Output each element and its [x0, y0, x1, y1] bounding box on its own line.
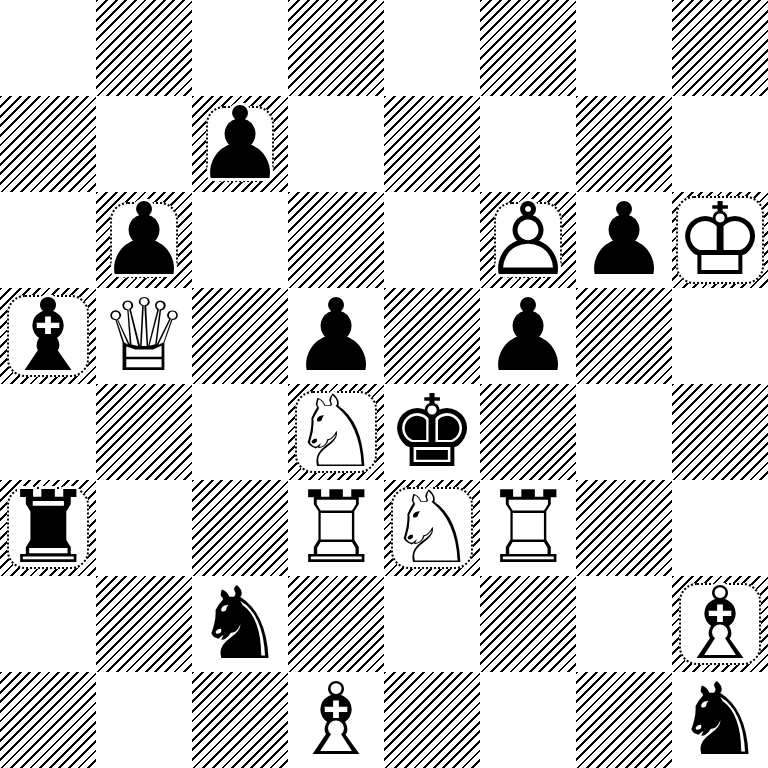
black-bishop[interactable]: ♝	[3, 288, 93, 384]
square-d5[interactable]: ♟	[288, 288, 384, 384]
square-f4[interactable]	[480, 384, 576, 480]
square-c1[interactable]	[192, 672, 288, 768]
square-e4[interactable]: ♚	[384, 384, 480, 480]
square-b1[interactable]	[96, 672, 192, 768]
square-f5[interactable]: ♟	[480, 288, 576, 384]
white-knight[interactable]: ♘	[387, 480, 477, 576]
square-b7[interactable]	[96, 96, 192, 192]
white-bishop[interactable]: ♗	[675, 576, 765, 672]
square-a8[interactable]	[0, 0, 96, 96]
square-h3[interactable]	[672, 480, 768, 576]
square-d2[interactable]	[288, 576, 384, 672]
square-e8[interactable]	[384, 0, 480, 96]
square-c7[interactable]: ♟	[192, 96, 288, 192]
square-f8[interactable]	[480, 0, 576, 96]
square-h4[interactable]	[672, 384, 768, 480]
square-c5[interactable]	[192, 288, 288, 384]
square-g3[interactable]	[576, 480, 672, 576]
square-c3[interactable]	[192, 480, 288, 576]
black-pawn[interactable]: ♟	[291, 288, 381, 384]
black-rook[interactable]: ♜	[3, 480, 93, 576]
white-rook[interactable]: ♖	[291, 480, 381, 576]
square-a7[interactable]	[0, 96, 96, 192]
black-knight[interactable]: ♞	[675, 672, 765, 768]
square-d8[interactable]	[288, 0, 384, 96]
square-h2[interactable]: ♗	[672, 576, 768, 672]
square-f6[interactable]: ♙	[480, 192, 576, 288]
white-king[interactable]: ♔	[675, 192, 765, 288]
square-c8[interactable]	[192, 0, 288, 96]
square-c2[interactable]: ♞	[192, 576, 288, 672]
black-knight[interactable]: ♞	[195, 576, 285, 672]
square-d4[interactable]: ♘	[288, 384, 384, 480]
square-d6[interactable]	[288, 192, 384, 288]
black-king[interactable]: ♚	[387, 384, 477, 480]
chessboard: ♟♟♙♟♔♝♕♟♟♘♚♜♖♘♖♞♗♗♞	[0, 0, 768, 768]
square-c4[interactable]	[192, 384, 288, 480]
square-f7[interactable]	[480, 96, 576, 192]
black-pawn[interactable]: ♟	[99, 192, 189, 288]
square-f1[interactable]	[480, 672, 576, 768]
square-h8[interactable]	[672, 0, 768, 96]
square-g7[interactable]	[576, 96, 672, 192]
square-e2[interactable]	[384, 576, 480, 672]
square-d7[interactable]	[288, 96, 384, 192]
square-b6[interactable]: ♟	[96, 192, 192, 288]
square-h6[interactable]: ♔	[672, 192, 768, 288]
square-a2[interactable]	[0, 576, 96, 672]
square-g4[interactable]	[576, 384, 672, 480]
square-e7[interactable]	[384, 96, 480, 192]
square-a5[interactable]: ♝	[0, 288, 96, 384]
square-h7[interactable]	[672, 96, 768, 192]
square-g2[interactable]	[576, 576, 672, 672]
square-b5[interactable]: ♕	[96, 288, 192, 384]
square-g1[interactable]	[576, 672, 672, 768]
square-e3[interactable]: ♘	[384, 480, 480, 576]
square-h1[interactable]: ♞	[672, 672, 768, 768]
black-pawn[interactable]: ♟	[579, 192, 669, 288]
black-pawn[interactable]: ♟	[483, 288, 573, 384]
square-g8[interactable]	[576, 0, 672, 96]
square-h5[interactable]	[672, 288, 768, 384]
white-pawn[interactable]: ♙	[483, 192, 573, 288]
square-c6[interactable]	[192, 192, 288, 288]
square-b8[interactable]	[96, 0, 192, 96]
square-a4[interactable]	[0, 384, 96, 480]
square-e5[interactable]	[384, 288, 480, 384]
square-e6[interactable]	[384, 192, 480, 288]
square-g5[interactable]	[576, 288, 672, 384]
square-g6[interactable]: ♟	[576, 192, 672, 288]
square-a3[interactable]: ♜	[0, 480, 96, 576]
white-queen[interactable]: ♕	[99, 288, 189, 384]
white-bishop[interactable]: ♗	[291, 672, 381, 768]
square-e1[interactable]	[384, 672, 480, 768]
square-b2[interactable]	[96, 576, 192, 672]
black-pawn[interactable]: ♟	[195, 96, 285, 192]
square-b4[interactable]	[96, 384, 192, 480]
square-f3[interactable]: ♖	[480, 480, 576, 576]
square-f2[interactable]	[480, 576, 576, 672]
square-d1[interactable]: ♗	[288, 672, 384, 768]
square-a6[interactable]	[0, 192, 96, 288]
white-rook[interactable]: ♖	[483, 480, 573, 576]
square-b3[interactable]	[96, 480, 192, 576]
square-a1[interactable]	[0, 672, 96, 768]
white-knight[interactable]: ♘	[291, 384, 381, 480]
square-d3[interactable]: ♖	[288, 480, 384, 576]
